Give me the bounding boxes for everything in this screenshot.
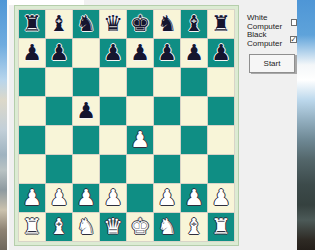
square-c2[interactable]: ♟ <box>73 184 99 212</box>
white-computer-checkbox[interactable] <box>291 19 297 26</box>
square-e1[interactable]: ♚ <box>127 213 153 241</box>
square-a5[interactable] <box>19 97 45 125</box>
piece-wp: ♟ <box>130 126 150 154</box>
piece-wr: ♜ <box>211 213 231 241</box>
square-b6[interactable] <box>46 68 72 96</box>
square-a4[interactable] <box>19 126 45 154</box>
square-c4[interactable] <box>73 126 99 154</box>
white-computer-label: White Computer <box>247 13 288 31</box>
square-b5[interactable] <box>46 97 72 125</box>
piece-wp: ♟ <box>211 184 231 212</box>
square-c6[interactable] <box>73 68 99 96</box>
piece-bk: ♚ <box>130 10 150 38</box>
piece-bp: ♟ <box>103 39 123 67</box>
square-f8[interactable]: ♞ <box>154 10 180 38</box>
square-g1[interactable]: ♝ <box>181 213 207 241</box>
desktop-wallpaper-left <box>0 0 7 250</box>
piece-wp: ♟ <box>103 184 123 212</box>
piece-wp: ♟ <box>184 184 204 212</box>
piece-wb: ♝ <box>49 213 69 241</box>
square-e2[interactable] <box>127 184 153 212</box>
square-f6[interactable] <box>154 68 180 96</box>
square-a2[interactable]: ♟ <box>19 184 45 212</box>
piece-wn: ♞ <box>157 213 177 241</box>
square-b3[interactable] <box>46 155 72 183</box>
square-e3[interactable] <box>127 155 153 183</box>
square-g3[interactable] <box>181 155 207 183</box>
square-g5[interactable] <box>181 97 207 125</box>
square-d6[interactable] <box>100 68 126 96</box>
square-d1[interactable]: ♛ <box>100 213 126 241</box>
square-g7[interactable]: ♟ <box>181 39 207 67</box>
square-c1[interactable]: ♞ <box>73 213 99 241</box>
square-h6[interactable] <box>208 68 234 96</box>
piece-wp: ♟ <box>22 184 42 212</box>
square-h7[interactable]: ♟ <box>208 39 234 67</box>
square-d8[interactable]: ♛ <box>100 10 126 38</box>
piece-br: ♜ <box>211 10 231 38</box>
square-e6[interactable] <box>127 68 153 96</box>
square-h8[interactable]: ♜ <box>208 10 234 38</box>
piece-wr: ♜ <box>22 213 42 241</box>
piece-bp: ♟ <box>184 39 204 67</box>
piece-bb: ♝ <box>184 10 204 38</box>
square-g2[interactable]: ♟ <box>181 184 207 212</box>
square-a7[interactable]: ♟ <box>19 39 45 67</box>
start-button[interactable]: Start <box>249 54 295 73</box>
black-computer-checkbox[interactable]: ✓ <box>290 36 297 43</box>
square-f3[interactable] <box>154 155 180 183</box>
square-e4[interactable]: ♟ <box>127 126 153 154</box>
chess-app-window: ♜♝♞♛♚♞♝♜♟♟♟♟♟♟♟♟♟♟♟♟♟♟♟♟♜♝♞♛♚♞♝♜ White C… <box>7 0 297 250</box>
square-h2[interactable]: ♟ <box>208 184 234 212</box>
black-computer-label: Black Computer <box>247 30 287 48</box>
square-b7[interactable]: ♟ <box>46 39 72 67</box>
square-d2[interactable]: ♟ <box>100 184 126 212</box>
square-g6[interactable] <box>181 68 207 96</box>
piece-wp: ♟ <box>76 184 96 212</box>
square-f2[interactable]: ♟ <box>154 184 180 212</box>
square-c8[interactable]: ♞ <box>73 10 99 38</box>
square-h5[interactable] <box>208 97 234 125</box>
square-b2[interactable]: ♟ <box>46 184 72 212</box>
square-h4[interactable] <box>208 126 234 154</box>
chess-board[interactable]: ♜♝♞♛♚♞♝♜♟♟♟♟♟♟♟♟♟♟♟♟♟♟♟♟♜♝♞♛♚♞♝♜ <box>18 9 235 242</box>
desktop-wallpaper-right <box>297 0 315 250</box>
piece-bp: ♟ <box>211 39 231 67</box>
piece-bp: ♟ <box>130 39 150 67</box>
square-c7[interactable] <box>73 39 99 67</box>
board-panel: ♜♝♞♛♚♞♝♜♟♟♟♟♟♟♟♟♟♟♟♟♟♟♟♟♜♝♞♛♚♞♝♜ <box>14 5 239 246</box>
square-f5[interactable] <box>154 97 180 125</box>
piece-wp: ♟ <box>157 184 177 212</box>
square-a8[interactable]: ♜ <box>19 10 45 38</box>
piece-wq: ♛ <box>103 213 123 241</box>
piece-wn: ♞ <box>76 213 96 241</box>
square-g4[interactable] <box>181 126 207 154</box>
piece-wk: ♚ <box>130 213 150 241</box>
black-computer-row: Black Computer ✓ <box>247 30 297 48</box>
square-f1[interactable]: ♞ <box>154 213 180 241</box>
white-computer-row: White Computer <box>247 13 297 31</box>
square-a3[interactable] <box>19 155 45 183</box>
square-f7[interactable]: ♟ <box>154 39 180 67</box>
square-b1[interactable]: ♝ <box>46 213 72 241</box>
square-d3[interactable] <box>100 155 126 183</box>
piece-bn: ♞ <box>76 10 96 38</box>
square-c5[interactable]: ♟ <box>73 97 99 125</box>
square-f4[interactable] <box>154 126 180 154</box>
piece-bp: ♟ <box>49 39 69 67</box>
piece-bb: ♝ <box>49 10 69 38</box>
square-e8[interactable]: ♚ <box>127 10 153 38</box>
square-a1[interactable]: ♜ <box>19 213 45 241</box>
square-b8[interactable]: ♝ <box>46 10 72 38</box>
square-b4[interactable] <box>46 126 72 154</box>
square-d5[interactable] <box>100 97 126 125</box>
piece-bq: ♛ <box>103 10 123 38</box>
piece-bp: ♟ <box>157 39 177 67</box>
square-e7[interactable]: ♟ <box>127 39 153 67</box>
piece-bp: ♟ <box>22 39 42 67</box>
square-a6[interactable] <box>19 68 45 96</box>
square-d7[interactable]: ♟ <box>100 39 126 67</box>
piece-bp: ♟ <box>76 97 96 125</box>
square-h1[interactable]: ♜ <box>208 213 234 241</box>
piece-wp: ♟ <box>49 184 69 212</box>
square-d4[interactable] <box>100 126 126 154</box>
square-g8[interactable]: ♝ <box>181 10 207 38</box>
square-c3[interactable] <box>73 155 99 183</box>
square-h3[interactable] <box>208 155 234 183</box>
square-e5[interactable] <box>127 97 153 125</box>
piece-wb: ♝ <box>184 213 204 241</box>
piece-br: ♜ <box>22 10 42 38</box>
piece-bn: ♞ <box>157 10 177 38</box>
